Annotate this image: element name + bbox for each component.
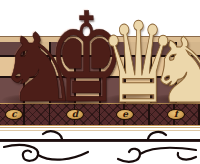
scroll-ornaments-icon [0, 126, 200, 164]
chess-set-photo: c d e f [0, 0, 200, 164]
light-knight-piece: ♞ [146, 26, 200, 116]
box-front-face [0, 126, 200, 164]
